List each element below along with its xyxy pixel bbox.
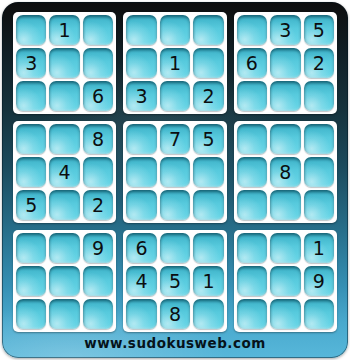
cell-r2c7[interactable]: 6: [237, 48, 267, 78]
cell-r9c3[interactable]: [83, 299, 113, 329]
cell-r2c3[interactable]: [83, 48, 113, 78]
cell-r1c9[interactable]: 5: [304, 15, 334, 45]
cell-r8c9[interactable]: 9: [304, 266, 334, 296]
box-r1c1: 136: [13, 12, 116, 114]
cell-r9c6[interactable]: [193, 299, 223, 329]
cell-r3c5[interactable]: [160, 81, 190, 111]
cell-r2c2[interactable]: [49, 48, 79, 78]
box-r1c3: 3562: [234, 12, 337, 114]
cell-r1c4[interactable]: [126, 15, 156, 45]
box-r2c2: 75: [123, 121, 226, 223]
cell-r2c5[interactable]: 1: [160, 48, 190, 78]
cell-r5c9[interactable]: [304, 157, 334, 187]
cell-r7c8[interactable]: [270, 233, 300, 263]
cell-r7c7[interactable]: [237, 233, 267, 263]
box-r3c1: 9: [13, 230, 116, 332]
cell-r4c9[interactable]: [304, 124, 334, 154]
cell-r4c2[interactable]: [49, 124, 79, 154]
cell-r5c7[interactable]: [237, 157, 267, 187]
cell-r3c6[interactable]: 2: [193, 81, 223, 111]
cell-r7c4[interactable]: 6: [126, 233, 156, 263]
cell-r6c5[interactable]: [160, 190, 190, 220]
cell-r8c6[interactable]: 1: [193, 266, 223, 296]
cell-r6c9[interactable]: [304, 190, 334, 220]
cell-r5c5[interactable]: [160, 157, 190, 187]
cell-r9c8[interactable]: [270, 299, 300, 329]
cell-r8c2[interactable]: [49, 266, 79, 296]
cell-r9c7[interactable]: [237, 299, 267, 329]
cell-r5c4[interactable]: [126, 157, 156, 187]
cell-r2c6[interactable]: [193, 48, 223, 78]
cell-r4c1[interactable]: [16, 124, 46, 154]
cell-r3c2[interactable]: [49, 81, 79, 111]
cell-r5c1[interactable]: [16, 157, 46, 187]
cell-r6c8[interactable]: [270, 190, 300, 220]
cell-r2c1[interactable]: 3: [16, 48, 46, 78]
cell-r3c8[interactable]: [270, 81, 300, 111]
cell-r9c2[interactable]: [49, 299, 79, 329]
cell-r5c6[interactable]: [193, 157, 223, 187]
cell-r1c8[interactable]: 3: [270, 15, 300, 45]
cell-r2c9[interactable]: 2: [304, 48, 334, 78]
cell-r7c3[interactable]: 9: [83, 233, 113, 263]
box-r2c1: 8452: [13, 121, 116, 223]
cell-r4c3[interactable]: 8: [83, 124, 113, 154]
board-frame: 1361323562845275896451819 www.sudokusweb…: [2, 2, 348, 358]
cell-r6c3[interactable]: 2: [83, 190, 113, 220]
cell-r7c1[interactable]: [16, 233, 46, 263]
cell-r7c5[interactable]: [160, 233, 190, 263]
cell-r3c9[interactable]: [304, 81, 334, 111]
cell-r3c1[interactable]: [16, 81, 46, 111]
cell-r4c6[interactable]: 5: [193, 124, 223, 154]
cell-r2c8[interactable]: [270, 48, 300, 78]
cell-r5c3[interactable]: [83, 157, 113, 187]
cell-r8c8[interactable]: [270, 266, 300, 296]
cell-r5c2[interactable]: 4: [49, 157, 79, 187]
box-r1c2: 132: [123, 12, 226, 114]
cell-r1c5[interactable]: [160, 15, 190, 45]
cell-r6c1[interactable]: 5: [16, 190, 46, 220]
cell-r8c5[interactable]: 5: [160, 266, 190, 296]
cell-r8c3[interactable]: [83, 266, 113, 296]
cell-r9c9[interactable]: [304, 299, 334, 329]
cell-r9c1[interactable]: [16, 299, 46, 329]
box-r3c2: 64518: [123, 230, 226, 332]
cell-r7c2[interactable]: [49, 233, 79, 263]
sudoku-board: 1361323562845275896451819: [13, 12, 337, 332]
cell-r9c5[interactable]: 8: [160, 299, 190, 329]
cell-r4c8[interactable]: [270, 124, 300, 154]
cell-r3c4[interactable]: 3: [126, 81, 156, 111]
cell-r7c6[interactable]: [193, 233, 223, 263]
cell-r1c6[interactable]: [193, 15, 223, 45]
box-r3c3: 19: [234, 230, 337, 332]
cell-r7c9[interactable]: 1: [304, 233, 334, 263]
cell-r9c4[interactable]: [126, 299, 156, 329]
cell-r6c6[interactable]: [193, 190, 223, 220]
cell-r4c7[interactable]: [237, 124, 267, 154]
cell-r6c4[interactable]: [126, 190, 156, 220]
cell-r1c7[interactable]: [237, 15, 267, 45]
cell-r1c1[interactable]: [16, 15, 46, 45]
cell-r1c2[interactable]: 1: [49, 15, 79, 45]
cell-r1c3[interactable]: [83, 15, 113, 45]
cell-r8c1[interactable]: [16, 266, 46, 296]
box-r2c3: 8: [234, 121, 337, 223]
cell-r3c7[interactable]: [237, 81, 267, 111]
cell-r4c4[interactable]: [126, 124, 156, 154]
cell-r8c7[interactable]: [237, 266, 267, 296]
cell-r6c7[interactable]: [237, 190, 267, 220]
cell-r8c4[interactable]: 4: [126, 266, 156, 296]
cell-r4c5[interactable]: 7: [160, 124, 190, 154]
cell-r5c8[interactable]: 8: [270, 157, 300, 187]
footer-url[interactable]: www.sudokusweb.com: [2, 332, 348, 354]
cell-r3c3[interactable]: 6: [83, 81, 113, 111]
cell-r2c4[interactable]: [126, 48, 156, 78]
cell-r6c2[interactable]: [49, 190, 79, 220]
